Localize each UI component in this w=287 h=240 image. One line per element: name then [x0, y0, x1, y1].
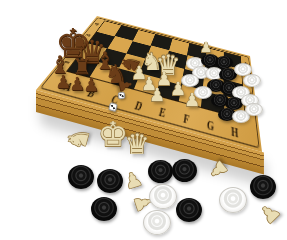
checker-white	[181, 74, 199, 87]
pieces-layer: ♚♛♝♜♝♞♞♟♟♟♟♞♟♛♟♟♟♟♟♟♞♚♛♟♟♟♟	[0, 0, 287, 240]
light-queen-front-icon: ♛	[124, 131, 149, 159]
checker-black	[172, 159, 197, 182]
checker-black	[148, 160, 173, 183]
die-icon	[108, 102, 118, 112]
checker-white	[194, 86, 212, 99]
checker-white	[143, 210, 171, 235]
light-knight-fallen-icon: ♞	[62, 124, 93, 153]
checker-white	[219, 187, 247, 213]
checker-black	[91, 197, 117, 221]
checker-black	[250, 175, 276, 199]
checker-white	[245, 103, 263, 116]
checker-black	[97, 169, 123, 193]
checker-white	[243, 74, 261, 87]
checker-white	[149, 184, 177, 209]
dark-pawn-icon: ♟	[83, 76, 99, 94]
checker-black	[176, 198, 202, 222]
checker-black	[215, 56, 233, 69]
die-icon	[117, 91, 125, 99]
light-pawn-small-icon: ♟	[200, 40, 213, 54]
light-pawn-fallen-icon: ♟	[205, 157, 232, 184]
light-pawn-fallen-icon: ♟	[255, 199, 285, 229]
light-pawn-icon: ♟	[149, 86, 165, 104]
product-photo-stage: ABCDEFGH 1234 1234 ♚♛♝♜♝♞♞♟♟♟♟♞♟♛♟♟♟♟♟♟♞…	[0, 0, 287, 240]
light-pawn-tilted-icon: ♟	[121, 168, 144, 193]
checker-black	[68, 165, 94, 189]
